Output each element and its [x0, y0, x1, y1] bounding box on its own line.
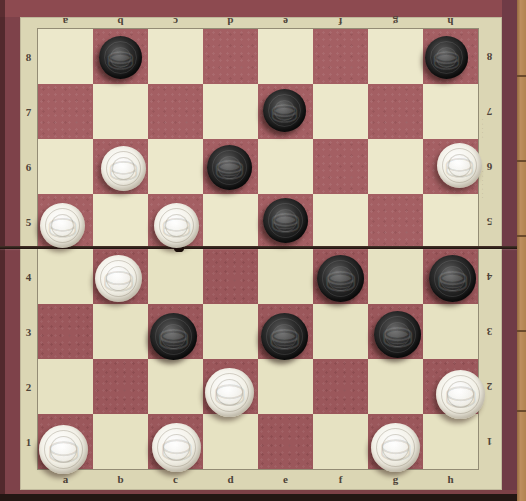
rank-label-right-8: 8	[479, 51, 500, 63]
square-c2[interactable]	[148, 359, 203, 414]
black-checker-glyph: ⛂	[270, 203, 300, 239]
square-b3[interactable]	[93, 304, 148, 359]
square-a4[interactable]	[38, 249, 93, 304]
rank-label-right-7: 7	[479, 106, 500, 118]
rank-label-left-8: 8	[20, 51, 37, 63]
piece-black-g3[interactable]: ⛂	[374, 311, 421, 358]
rank-label-left-6: 6	[20, 161, 37, 173]
square-f3[interactable]	[313, 304, 368, 359]
file-label-bottom-h: h	[423, 473, 478, 485]
piece-black-b8[interactable]: ⛂	[99, 36, 142, 79]
square-h5[interactable]	[423, 194, 478, 249]
square-g8[interactable]	[368, 29, 423, 84]
square-d7[interactable]	[203, 84, 258, 139]
square-c8[interactable]	[148, 29, 203, 84]
piece-black-h8[interactable]: ⛂	[425, 36, 468, 79]
rank-label-left-5: 5	[20, 216, 37, 228]
square-d3[interactable]	[203, 304, 258, 359]
file-label-bottom-b: b	[93, 473, 148, 485]
wood-plank-seam	[516, 75, 526, 77]
rank-label-right-1: 1	[479, 436, 500, 448]
piece-black-e3[interactable]: ⛂	[261, 313, 308, 360]
square-h3[interactable]	[423, 304, 478, 359]
square-g4[interactable]	[368, 249, 423, 304]
file-label-bottom-c: c	[148, 473, 203, 485]
white-checker-glyph: ⛀	[444, 148, 474, 184]
white-checker-glyph: ⛀	[160, 428, 193, 467]
folding-checkers-board: ⛂⛂⛂⛀⛂⛀⛀⛀⛂⛀⛂⛂⛂⛂⛂⛀⛀⛀⛀⛀ aabbccddeeffgghh887…	[0, 0, 517, 501]
wood-plank-seam	[516, 235, 526, 237]
square-h7[interactable]	[423, 84, 478, 139]
piece-black-e5[interactable]: ⛂	[263, 198, 308, 243]
piece-white-c5[interactable]: ⛀	[154, 203, 199, 248]
square-b5[interactable]	[93, 194, 148, 249]
file-label-bottom-g: g	[368, 473, 423, 485]
rank-label-left-4: 4	[20, 271, 37, 283]
square-a6[interactable]	[38, 139, 93, 194]
square-a2[interactable]	[38, 359, 93, 414]
square-c6[interactable]	[148, 139, 203, 194]
file-label-top-b: b	[93, 16, 148, 28]
square-f6[interactable]	[313, 139, 368, 194]
edge-fine-print-lower: · · · · · · ·	[480, 170, 485, 198]
board-edge-left-shadow	[0, 0, 5, 501]
file-label-bottom-e: e	[258, 473, 313, 485]
square-e2[interactable]	[258, 359, 313, 414]
rank-label-right-5: 5	[479, 216, 500, 228]
black-checker-glyph: ⛂	[269, 318, 301, 356]
square-e1[interactable]	[258, 414, 313, 469]
rank-label-left-3: 3	[20, 326, 37, 338]
file-label-top-h: h	[423, 16, 478, 28]
board-grid: ⛂⛂⛂⛀⛂⛀⛀⛀⛂⛀⛂⛂⛂⛂⛂⛀⛀⛀⛀⛀	[38, 29, 478, 469]
black-checker-glyph: ⛂	[106, 41, 135, 75]
square-a3[interactable]	[38, 304, 93, 359]
square-f5[interactable]	[313, 194, 368, 249]
white-checker-glyph: ⛀	[103, 260, 135, 298]
black-checker-glyph: ⛂	[432, 41, 461, 75]
white-checker-glyph: ⛀	[47, 208, 77, 244]
square-d5[interactable]	[203, 194, 258, 249]
black-checker-glyph: ⛂	[270, 94, 299, 128]
square-h1[interactable]	[423, 414, 478, 469]
square-c7[interactable]	[148, 84, 203, 139]
piece-white-h6[interactable]: ⛀	[437, 143, 482, 188]
black-checker-glyph: ⛂	[158, 318, 190, 356]
edge-fine-print-upper: · · · · ·	[480, 118, 485, 138]
white-checker-glyph: ⛀	[379, 428, 412, 467]
square-d4[interactable]	[203, 249, 258, 304]
file-label-bottom-d: d	[203, 473, 258, 485]
black-checker-glyph: ⛂	[382, 316, 414, 354]
file-label-top-d: d	[203, 16, 258, 28]
square-d8[interactable]	[203, 29, 258, 84]
table-wood-background	[516, 0, 526, 501]
piece-black-h4[interactable]: ⛂	[429, 255, 476, 302]
rank-label-left-7: 7	[20, 106, 37, 118]
white-checker-glyph: ⛀	[108, 151, 138, 187]
wood-plank-seam	[516, 330, 526, 332]
board-drop-shadow	[0, 494, 517, 501]
square-d1[interactable]	[203, 414, 258, 469]
square-b1[interactable]	[93, 414, 148, 469]
piece-black-f4[interactable]: ⛂	[317, 255, 364, 302]
file-label-bottom-a: a	[38, 473, 93, 485]
file-label-top-g: g	[368, 16, 423, 28]
white-checker-glyph: ⛀	[161, 208, 191, 244]
black-checker-glyph: ⛂	[437, 260, 469, 298]
piece-white-c1[interactable]: ⛀	[152, 423, 201, 472]
square-a8[interactable]	[38, 29, 93, 84]
piece-black-e7[interactable]: ⛂	[263, 89, 306, 132]
white-checker-glyph: ⛀	[444, 375, 477, 414]
board-edge-top	[0, 0, 517, 17]
rank-label-right-3: 3	[479, 326, 500, 338]
piece-white-d2[interactable]: ⛀	[205, 368, 254, 417]
piece-black-d6[interactable]: ⛂	[207, 145, 252, 190]
file-label-top-e: e	[258, 16, 313, 28]
black-checker-glyph: ⛂	[214, 150, 244, 186]
piece-white-g1[interactable]: ⛀	[371, 423, 420, 472]
piece-white-h2[interactable]: ⛀	[436, 370, 485, 419]
rank-label-left-2: 2	[20, 381, 37, 393]
white-checker-glyph: ⛀	[213, 373, 246, 412]
piece-white-b4[interactable]: ⛀	[95, 255, 142, 302]
fold-line	[0, 246, 517, 249]
file-label-top-a: a	[38, 16, 93, 28]
rank-label-right-4: 4	[479, 271, 500, 283]
piece-white-b6[interactable]: ⛀	[101, 146, 146, 191]
piece-white-a5[interactable]: ⛀	[40, 203, 85, 248]
square-c4[interactable]	[148, 249, 203, 304]
wood-plank-seam	[516, 160, 526, 162]
black-checker-glyph: ⛂	[325, 260, 357, 298]
piece-white-a1[interactable]: ⛀	[39, 425, 88, 474]
square-g2[interactable]	[368, 359, 423, 414]
square-a7[interactable]	[38, 84, 93, 139]
rank-label-left-1: 1	[20, 436, 37, 448]
square-g7[interactable]	[368, 84, 423, 139]
square-b7[interactable]	[93, 84, 148, 139]
square-f1[interactable]	[313, 414, 368, 469]
piece-black-c3[interactable]: ⛂	[150, 313, 197, 360]
square-e8[interactable]	[258, 29, 313, 84]
square-e4[interactable]	[258, 249, 313, 304]
file-label-top-c: c	[148, 16, 203, 28]
square-g5[interactable]	[368, 194, 423, 249]
file-label-top-f: f	[313, 16, 368, 28]
square-g6[interactable]	[368, 139, 423, 194]
file-label-bottom-f: f	[313, 473, 368, 485]
square-f7[interactable]	[313, 84, 368, 139]
square-f2[interactable]	[313, 359, 368, 414]
square-f8[interactable]	[313, 29, 368, 84]
board-photo-scene: ⛂⛂⛂⛀⛂⛀⛀⛀⛂⛀⛂⛂⛂⛂⛂⛀⛀⛀⛀⛀ aabbccddeeffgghh887…	[0, 0, 526, 501]
white-checker-glyph: ⛀	[47, 430, 80, 469]
square-b2[interactable]	[93, 359, 148, 414]
wood-plank-seam	[516, 410, 526, 412]
square-e6[interactable]	[258, 139, 313, 194]
